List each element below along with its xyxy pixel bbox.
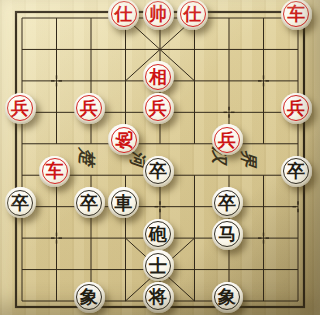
piece-label: 车 bbox=[287, 5, 305, 23]
piece-red-chariot-2[interactable]: 车 bbox=[39, 156, 70, 187]
piece-black-cannon-1[interactable]: 砲 bbox=[143, 219, 174, 250]
piece-label: 卒 bbox=[11, 193, 29, 211]
piece-black-elephant-2[interactable]: 象 bbox=[212, 282, 243, 313]
piece-label: 马 bbox=[218, 225, 236, 243]
piece-red-advisor-2[interactable]: 仕 bbox=[177, 0, 208, 30]
piece-label: 兵 bbox=[11, 99, 29, 117]
piece-red-soldier-1[interactable]: 兵 bbox=[5, 93, 36, 124]
piece-label: 兵 bbox=[80, 99, 98, 117]
piece-red-cannon-1[interactable]: 炮 bbox=[108, 124, 139, 155]
piece-red-soldier-3[interactable]: 兵 bbox=[143, 93, 174, 124]
piece-black-chariot-1[interactable]: 車 bbox=[108, 187, 139, 218]
piece-label: 兵 bbox=[149, 99, 167, 117]
piece-label: 将 bbox=[149, 288, 167, 306]
piece-label: 兵 bbox=[218, 130, 236, 148]
xiangqi-game-screenshot: 楚 河 汉 界 仕帅仕车相兵兵兵兵炮兵车卒卒卒卒車卒砲马士象将象 bbox=[0, 0, 320, 315]
piece-black-soldier-2[interactable]: 卒 bbox=[281, 156, 312, 187]
piece-red-soldier-5[interactable]: 兵 bbox=[212, 124, 243, 155]
piece-label: 兵 bbox=[287, 99, 305, 117]
piece-red-advisor-1[interactable]: 仕 bbox=[108, 0, 139, 30]
piece-black-elephant-1[interactable]: 象 bbox=[74, 282, 105, 313]
piece-black-general[interactable]: 将 bbox=[143, 282, 174, 313]
piece-black-soldier-4[interactable]: 卒 bbox=[74, 187, 105, 218]
piece-label: 車 bbox=[115, 193, 133, 211]
piece-label: 仕 bbox=[184, 5, 202, 23]
piece-black-horse-1[interactable]: 马 bbox=[212, 219, 243, 250]
piece-black-soldier-3[interactable]: 卒 bbox=[5, 187, 36, 218]
piece-label: 帅 bbox=[149, 5, 167, 23]
piece-label: 士 bbox=[149, 256, 167, 274]
piece-label: 砲 bbox=[149, 225, 167, 243]
piece-label: 卒 bbox=[287, 162, 305, 180]
piece-label: 卒 bbox=[218, 193, 236, 211]
piece-black-soldier-5[interactable]: 卒 bbox=[212, 187, 243, 218]
piece-label: 卒 bbox=[80, 193, 98, 211]
piece-label: 车 bbox=[46, 162, 64, 180]
piece-red-chariot-1[interactable]: 车 bbox=[281, 0, 312, 30]
pieces-layer: 仕帅仕车相兵兵兵兵炮兵车卒卒卒卒車卒砲马士象将象 bbox=[0, 0, 320, 315]
piece-label: 象 bbox=[218, 288, 236, 306]
piece-black-advisor-1[interactable]: 士 bbox=[143, 250, 174, 281]
piece-label: 象 bbox=[80, 288, 98, 306]
piece-red-elephant-1[interactable]: 相 bbox=[143, 61, 174, 92]
piece-label: 相 bbox=[149, 67, 167, 85]
piece-label: 卒 bbox=[149, 162, 167, 180]
piece-red-soldier-2[interactable]: 兵 bbox=[74, 93, 105, 124]
piece-label: 炮 bbox=[115, 131, 133, 149]
piece-black-soldier-1[interactable]: 卒 bbox=[143, 156, 174, 187]
piece-red-soldier-4[interactable]: 兵 bbox=[281, 93, 312, 124]
piece-label: 仕 bbox=[115, 5, 133, 23]
board[interactable]: 楚 河 汉 界 仕帅仕车相兵兵兵兵炮兵车卒卒卒卒車卒砲马士象将象 bbox=[0, 0, 320, 315]
piece-red-general[interactable]: 帅 bbox=[143, 0, 174, 30]
